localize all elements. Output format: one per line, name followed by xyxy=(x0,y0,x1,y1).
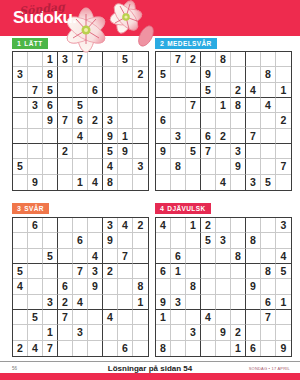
sudoku-cell-r1c1 xyxy=(13,52,28,67)
sudoku-cell-r1c6 xyxy=(88,218,103,233)
sudoku-cell-r5c1 xyxy=(13,113,28,128)
sudoku-cell-r6c6 xyxy=(231,129,246,144)
sudoku-cell-r2c8 xyxy=(261,233,276,248)
sudoku-cell-r1c3: 1 xyxy=(186,218,201,233)
sudoku-cell-r6c7: 9 xyxy=(103,129,118,144)
sudoku-cell-r6c2 xyxy=(28,129,43,144)
sudoku-cell-r1c3: 1 xyxy=(43,52,58,67)
sudoku-cell-r8c9: 7 xyxy=(276,159,291,174)
sudoku-cell-r6c8 xyxy=(118,295,133,310)
sudoku-cell-r1c9 xyxy=(276,52,291,67)
sudoku-cell-r1c2 xyxy=(171,218,186,233)
sudoku-cell-r3c6: 2 xyxy=(231,83,246,98)
sudoku-cell-r9c8 xyxy=(118,175,133,190)
sudoku-cell-r8c3: 3 xyxy=(186,325,201,340)
sudoku-grid-4-djavulsk: 412353868461858993611473928169 xyxy=(155,217,292,357)
sudoku-cell-r2c5 xyxy=(73,67,88,82)
sudoku-cell-r1c6 xyxy=(231,218,246,233)
badge-label: DJÄVULSK xyxy=(167,205,205,212)
sudoku-cell-r9c5 xyxy=(73,341,88,356)
bottom-color-bar xyxy=(0,373,300,380)
sudoku-cell-r6c5: 4 xyxy=(73,295,88,310)
sudoku-cell-r1c8: 5 xyxy=(118,52,133,67)
sudoku-cell-r9c9 xyxy=(133,175,148,190)
sudoku-cell-r6c6 xyxy=(88,129,103,144)
sudoku-cell-r7c7: 5 xyxy=(103,144,118,159)
sudoku-cell-r9c1 xyxy=(13,175,28,190)
sudoku-cell-r3c3: 5 xyxy=(43,249,58,264)
sudoku-cell-r1c6 xyxy=(231,52,246,67)
sudoku-page: Söndag Sudoku. xyxy=(0,0,300,380)
sudoku-cell-r7c6 xyxy=(88,310,103,325)
sudoku-cell-r4c8: 8 xyxy=(261,264,276,279)
sudoku-cell-r2c4: 9 xyxy=(201,67,216,82)
page-number: 56 xyxy=(12,366,17,371)
edition-text: SÖNDAG • 17 APRIL xyxy=(249,366,290,371)
sudoku-cell-r9c3: 7 xyxy=(43,341,58,356)
sudoku-cell-r8c5 xyxy=(73,159,88,174)
footer-divider xyxy=(0,361,300,362)
sudoku-cell-r4c7 xyxy=(246,264,261,279)
sudoku-cell-r5c9 xyxy=(276,279,291,294)
sudoku-cell-r8c4 xyxy=(201,159,216,174)
sudoku-cell-r6c9: 1 xyxy=(276,295,291,310)
sudoku-cell-r8c7 xyxy=(246,159,261,174)
sudoku-cell-r6c1 xyxy=(156,129,171,144)
sudoku-cell-r4c3: 6 xyxy=(43,98,58,113)
sudoku-cell-r5c7: 3 xyxy=(103,113,118,128)
sudoku-cell-r6c9 xyxy=(276,129,291,144)
sudoku-cell-r6c9: 1 xyxy=(133,295,148,310)
sudoku-grid-3-svar: 634269547573246983241574132476 xyxy=(12,217,149,357)
sudoku-cell-r5c8 xyxy=(118,279,133,294)
sudoku-cell-r6c2: 3 xyxy=(171,295,186,310)
sudoku-cell-r6c6 xyxy=(88,295,103,310)
sudoku-cell-r2c8: 8 xyxy=(261,67,276,82)
sudoku-cell-r5c5 xyxy=(73,279,88,294)
sudoku-cell-r5c4: 6 xyxy=(58,279,73,294)
sudoku-cell-r2c3 xyxy=(186,67,201,82)
sudoku-cell-r7c4: 4 xyxy=(201,310,216,325)
sudoku-cell-r6c7 xyxy=(103,295,118,310)
sudoku-cell-r9c5: 1 xyxy=(73,175,88,190)
sudoku-cell-r5c1 xyxy=(156,279,171,294)
sudoku-cell-r3c3: 5 xyxy=(43,83,58,98)
badge-number: 1 xyxy=(17,40,21,47)
sudoku-cell-r5c3: 9 xyxy=(43,113,58,128)
sudoku-cell-r7c2 xyxy=(171,310,186,325)
sudoku-cell-r4c6: 8 xyxy=(231,98,246,113)
sudoku-cell-r3c9: 4 xyxy=(276,249,291,264)
sudoku-cell-r4c4 xyxy=(58,264,73,279)
badge-difficulty-4: 4 DJÄVULSK xyxy=(155,203,211,214)
sudoku-cell-r5c8 xyxy=(261,113,276,128)
sudoku-cell-r5c8 xyxy=(261,279,276,294)
sudoku-cell-r6c5 xyxy=(216,295,231,310)
sudoku-cell-r7c8: 7 xyxy=(261,310,276,325)
sudoku-cell-r2c9 xyxy=(276,67,291,82)
sudoku-cell-r2c5: 3 xyxy=(216,233,231,248)
sudoku-cell-r9c4 xyxy=(201,175,216,190)
sudoku-cell-r7c9 xyxy=(276,310,291,325)
sudoku-cell-r6c8: 1 xyxy=(118,129,133,144)
sudoku-cell-r8c3 xyxy=(43,159,58,174)
sudoku-cell-r5c2 xyxy=(171,279,186,294)
sudoku-cell-r1c5 xyxy=(216,218,231,233)
sudoku-cell-r2c9 xyxy=(133,233,148,248)
sudoku-cell-r7c5 xyxy=(73,144,88,159)
sudoku-cell-r7c1 xyxy=(13,310,28,325)
sudoku-cell-r7c4: 7 xyxy=(58,310,73,325)
sudoku-cell-r6c9 xyxy=(133,129,148,144)
sudoku-cell-r3c2: 6 xyxy=(171,249,186,264)
sudoku-cell-r2c7: 9 xyxy=(103,233,118,248)
sudoku-cell-r7c4: 2 xyxy=(58,144,73,159)
sudoku-cell-r5c5 xyxy=(216,113,231,128)
sudoku-cell-r9c1: 2 xyxy=(13,341,28,356)
sudoku-cell-r7c3: 5 xyxy=(186,144,201,159)
sudoku-cell-r4c6: 3 xyxy=(88,264,103,279)
sudoku-cell-r1c6 xyxy=(88,52,103,67)
sudoku-cell-r7c2 xyxy=(28,144,43,159)
sudoku-cell-r6c4 xyxy=(201,295,216,310)
sudoku-cell-r9c5: 4 xyxy=(216,175,231,190)
sudoku-cell-r4c6 xyxy=(88,98,103,113)
sudoku-cell-r2c3 xyxy=(43,233,58,248)
sudoku-cell-r3c9 xyxy=(133,83,148,98)
sudoku-cell-r9c4 xyxy=(58,341,73,356)
sudoku-cell-r3c7: 4 xyxy=(246,83,261,98)
sudoku-cell-r4c9 xyxy=(276,98,291,113)
sudoku-cell-r1c7 xyxy=(103,52,118,67)
sudoku-cell-r7c6 xyxy=(88,144,103,159)
sudoku-cell-r5c8 xyxy=(118,113,133,128)
sudoku-cell-r6c3 xyxy=(186,295,201,310)
sudoku-cell-r9c2: 9 xyxy=(28,175,43,190)
sudoku-cell-r8c3: 1 xyxy=(43,325,58,340)
sudoku-cell-r4c1 xyxy=(156,98,171,113)
sudoku-cell-r2c5: 6 xyxy=(73,233,88,248)
sudoku-cell-r6c6 xyxy=(231,295,246,310)
sudoku-cell-r6c7: 7 xyxy=(246,129,261,144)
sudoku-cell-r8c2 xyxy=(28,325,43,340)
badge-number: 3 xyxy=(17,205,21,212)
sudoku-cell-r4c3: 7 xyxy=(186,98,201,113)
sudoku-cell-r2c9 xyxy=(276,233,291,248)
sudoku-cell-r2c1: 5 xyxy=(156,67,171,82)
sudoku-cell-r7c1: 1 xyxy=(156,310,171,325)
sudoku-cell-r3c1 xyxy=(13,249,28,264)
sudoku-cell-r8c4 xyxy=(58,159,73,174)
sudoku-cell-r1c9: 3 xyxy=(276,218,291,233)
sudoku-cell-r8c5: 3 xyxy=(73,325,88,340)
sudoku-cell-r8c9 xyxy=(133,325,148,340)
badge-number: 2 xyxy=(160,40,164,47)
sudoku-cell-r9c9 xyxy=(276,175,291,190)
sudoku-cell-r4c9 xyxy=(133,264,148,279)
sudoku-cell-r9c2: 4 xyxy=(28,341,43,356)
sudoku-cell-r4c8: 4 xyxy=(261,98,276,113)
sudoku-cell-r9c8 xyxy=(261,341,276,356)
sudoku-cell-r9c1: 8 xyxy=(156,341,171,356)
sudoku-cell-r4c5: 7 xyxy=(73,264,88,279)
sudoku-cell-r6c4: 2 xyxy=(58,295,73,310)
sudoku-cell-r6c5: 4 xyxy=(73,129,88,144)
sudoku-cell-r9c3 xyxy=(186,341,201,356)
sudoku-cell-r6c2: 3 xyxy=(171,129,186,144)
sudoku-cell-r7c5 xyxy=(216,144,231,159)
sudoku-cell-r4c8 xyxy=(118,98,133,113)
sudoku-cell-r4c1 xyxy=(13,98,28,113)
sudoku-cell-r1c5: 8 xyxy=(216,52,231,67)
sudoku-cell-r3c8 xyxy=(261,249,276,264)
sudoku-cell-r4c9: 5 xyxy=(276,264,291,279)
sudoku-cell-r7c1 xyxy=(13,144,28,159)
sudoku-cell-r3c1 xyxy=(156,83,171,98)
sudoku-cell-r9c2 xyxy=(171,175,186,190)
sudoku-cell-r5c6: 2 xyxy=(88,113,103,128)
sudoku-cell-r8c1 xyxy=(13,325,28,340)
sudoku-cell-r1c2: 6 xyxy=(28,218,43,233)
sudoku-cell-r9c6: 1 xyxy=(231,341,246,356)
sudoku-cell-r7c7 xyxy=(246,310,261,325)
sudoku-cell-r3c9 xyxy=(133,249,148,264)
sudoku-cell-r3c5 xyxy=(216,249,231,264)
sudoku-cell-r3c3 xyxy=(186,249,201,264)
sudoku-cell-r2c4 xyxy=(58,233,73,248)
sudoku-cell-r8c8 xyxy=(261,159,276,174)
sudoku-cell-r5c2 xyxy=(171,113,186,128)
sudoku-cell-r1c8: 4 xyxy=(118,218,133,233)
sudoku-cell-r9c7 xyxy=(103,341,118,356)
sudoku-cell-r3c2 xyxy=(171,83,186,98)
badge-label: SVÅR xyxy=(24,205,44,212)
sudoku-cell-r8c6: 9 xyxy=(231,159,246,174)
sudoku-cell-r9c3 xyxy=(186,175,201,190)
sudoku-cell-r4c5 xyxy=(216,264,231,279)
sudoku-cell-r5c2 xyxy=(28,279,43,294)
sudoku-cell-r7c3 xyxy=(186,310,201,325)
sudoku-cell-r3c6: 6 xyxy=(88,83,103,98)
sudoku-cell-r8c8 xyxy=(261,325,276,340)
sudoku-cell-r8c4 xyxy=(201,325,216,340)
sudoku-cell-r7c4: 7 xyxy=(201,144,216,159)
sudoku-cell-r3c5 xyxy=(73,83,88,98)
sudoku-cell-r8c6 xyxy=(88,325,103,340)
sudoku-cell-r3c4 xyxy=(201,249,216,264)
sudoku-cell-r9c9: 9 xyxy=(276,341,291,356)
sudoku-cell-r6c7 xyxy=(246,295,261,310)
sudoku-cell-r7c5 xyxy=(216,310,231,325)
sudoku-cell-r2c1 xyxy=(156,233,171,248)
sudoku-cell-r8c8 xyxy=(118,325,133,340)
sudoku-cell-r6c2 xyxy=(28,295,43,310)
sudoku-cell-r6c1: 9 xyxy=(156,295,171,310)
sudoku-cell-r3c1 xyxy=(13,83,28,98)
sudoku-grid-2-medelsvar: 728598524171846236279573897435 xyxy=(155,51,292,191)
sudoku-cell-r7c9 xyxy=(276,144,291,159)
sudoku-cell-r8c6 xyxy=(88,159,103,174)
sudoku-cell-r8c9: 3 xyxy=(133,159,148,174)
sudoku-cell-r1c1 xyxy=(13,218,28,233)
sudoku-cell-r2c1 xyxy=(13,233,28,248)
sudoku-cell-r7c8 xyxy=(261,144,276,159)
sudoku-cell-r4c1: 6 xyxy=(156,264,171,279)
sudoku-cell-r9c1 xyxy=(156,175,171,190)
sudoku-cell-r6c4 xyxy=(58,129,73,144)
sudoku-cell-r7c8 xyxy=(118,310,133,325)
sudoku-cell-r3c8 xyxy=(261,83,276,98)
sudoku-cell-r4c3 xyxy=(43,264,58,279)
sudoku-cell-r7c2 xyxy=(171,144,186,159)
badge-label: LÄTT xyxy=(24,40,42,47)
sudoku-cell-r3c3 xyxy=(186,83,201,98)
sudoku-cell-r1c4 xyxy=(201,52,216,67)
sudoku-cell-r2c6 xyxy=(88,67,103,82)
sudoku-cell-r3c8: 7 xyxy=(118,249,133,264)
sudoku-cell-r4c2: 3 xyxy=(28,98,43,113)
sudoku-cell-r5c7: 9 xyxy=(246,279,261,294)
sudoku-cell-r9c4 xyxy=(201,341,216,356)
sudoku-cell-r4c5: 1 xyxy=(216,98,231,113)
sudoku-cell-r4c7 xyxy=(246,98,261,113)
sudoku-cell-r2c9: 2 xyxy=(133,67,148,82)
sudoku-cell-r5c1: 6 xyxy=(156,113,171,128)
sudoku-cell-r7c2: 5 xyxy=(28,310,43,325)
sudoku-cell-r9c6 xyxy=(231,175,246,190)
sudoku-cell-r2c6 xyxy=(88,233,103,248)
sudoku-cell-r2c2 xyxy=(171,233,186,248)
sudoku-cell-r1c1 xyxy=(156,52,171,67)
sudoku-cell-r5c6: 9 xyxy=(88,279,103,294)
sudoku-cell-r6c1 xyxy=(13,295,28,310)
sudoku-cell-r7c9 xyxy=(133,144,148,159)
sudoku-cell-r6c3 xyxy=(43,129,58,144)
sudoku-cell-r6c4: 6 xyxy=(201,129,216,144)
sudoku-cell-r5c9 xyxy=(133,113,148,128)
sudoku-cell-r6c1 xyxy=(13,129,28,144)
sudoku-cell-r5c4: 7 xyxy=(58,113,73,128)
sudoku-cell-r7c7: 4 xyxy=(103,310,118,325)
sudoku-cell-r4c8 xyxy=(118,264,133,279)
sudoku-cell-r7c7 xyxy=(246,144,261,159)
sudoku-cell-r5c5 xyxy=(216,279,231,294)
sudoku-cell-r1c5: 7 xyxy=(73,52,88,67)
sudoku-cell-r7c3 xyxy=(43,144,58,159)
sudoku-cell-r5c4 xyxy=(201,113,216,128)
sudoku-cell-r3c7 xyxy=(246,249,261,264)
sudoku-cell-r3c4: 5 xyxy=(201,83,216,98)
sudoku-cell-r4c7 xyxy=(103,98,118,113)
sudoku-cell-r6c8 xyxy=(261,129,276,144)
badge-number: 4 xyxy=(160,205,164,212)
sudoku-cell-r9c7: 8 xyxy=(103,175,118,190)
badge-difficulty-2: 2 MEDELSVÅR xyxy=(155,38,217,49)
sudoku-cell-r5c9: 2 xyxy=(276,113,291,128)
sudoku-cell-r2c3: 8 xyxy=(43,67,58,82)
sudoku-cell-r2c5 xyxy=(216,67,231,82)
sudoku-cell-r2c7 xyxy=(246,67,261,82)
sudoku-cell-r3c7 xyxy=(103,249,118,264)
sudoku-cell-r3c7 xyxy=(103,83,118,98)
sudoku-cell-r6c3: 3 xyxy=(43,295,58,310)
sudoku-cell-r4c4 xyxy=(201,98,216,113)
sudoku-cell-r3c9: 1 xyxy=(276,83,291,98)
sudoku-cell-r9c6 xyxy=(88,341,103,356)
sudoku-cell-r9c8: 6 xyxy=(118,341,133,356)
sudoku-cell-r7c8: 9 xyxy=(118,144,133,159)
sudoku-cell-r8c7: 4 xyxy=(103,159,118,174)
sudoku-cell-r3c1 xyxy=(156,249,171,264)
sudoku-cell-r3c4 xyxy=(58,249,73,264)
sudoku-cell-r3c5 xyxy=(216,83,231,98)
sudoku-cell-r7c1: 9 xyxy=(156,144,171,159)
sudoku-cell-r1c7: 3 xyxy=(103,218,118,233)
sudoku-cell-r1c4 xyxy=(58,218,73,233)
sudoku-cell-r1c8 xyxy=(261,218,276,233)
sudoku-cell-r8c2 xyxy=(28,159,43,174)
badge-label: MEDELSVÅR xyxy=(167,40,211,47)
sudoku-cell-r1c2: 7 xyxy=(171,52,186,67)
sudoku-cell-r3c6: 4 xyxy=(88,249,103,264)
sudoku-cell-r3c8 xyxy=(118,83,133,98)
sudoku-cell-r6c5: 2 xyxy=(216,129,231,144)
sudoku-cell-r5c3 xyxy=(186,113,201,128)
sudoku-cell-r9c2 xyxy=(171,341,186,356)
sudoku-cell-r5c2 xyxy=(28,113,43,128)
sudoku-cell-r6c8: 6 xyxy=(261,295,276,310)
sudoku-cell-r5c4 xyxy=(201,279,216,294)
sudoku-cell-r4c7: 2 xyxy=(103,264,118,279)
sudoku-cell-r9c3 xyxy=(43,175,58,190)
sudoku-cell-r8c1: 5 xyxy=(13,159,28,174)
sudoku-cell-r9c6: 4 xyxy=(88,175,103,190)
sudoku-cell-r4c2: 1 xyxy=(171,264,186,279)
badge-difficulty-3: 3 SVÅR xyxy=(12,203,49,214)
sudoku-cell-r4c2 xyxy=(171,98,186,113)
sudoku-cell-r4c1: 5 xyxy=(13,264,28,279)
sudoku-cell-r9c7: 6 xyxy=(246,341,261,356)
sudoku-cell-r2c6 xyxy=(231,233,246,248)
sudoku-cell-r1c8 xyxy=(261,52,276,67)
sudoku-cell-r8c7 xyxy=(103,325,118,340)
sudoku-cell-r8c6: 2 xyxy=(231,325,246,340)
sudoku-cell-r7c9 xyxy=(133,310,148,325)
sudoku-cell-r5c7 xyxy=(103,279,118,294)
sudoku-cell-r7c3 xyxy=(43,310,58,325)
sudoku-cell-r8c3 xyxy=(186,159,201,174)
sudoku-cell-r2c8 xyxy=(118,67,133,82)
sudoku-cell-r1c5 xyxy=(73,218,88,233)
sudoku-cell-r1c4: 3 xyxy=(58,52,73,67)
sudoku-cell-r8c2 xyxy=(171,325,186,340)
sudoku-cell-r5c7 xyxy=(246,113,261,128)
sudoku-cell-r8c5 xyxy=(216,159,231,174)
sudoku-cell-r1c7 xyxy=(246,218,261,233)
sudoku-cell-r4c2 xyxy=(28,264,43,279)
sudoku-cell-r9c5 xyxy=(216,341,231,356)
sudoku-cell-r1c1: 4 xyxy=(156,218,171,233)
sudoku-cell-r4c9 xyxy=(133,98,148,113)
sudoku-cell-r7c6 xyxy=(231,310,246,325)
sudoku-cell-r2c2 xyxy=(28,233,43,248)
sudoku-cell-r5c6 xyxy=(231,113,246,128)
sudoku-cell-r2c7 xyxy=(103,67,118,82)
sudoku-cell-r2c2 xyxy=(171,67,186,82)
sudoku-cell-r5c3: 8 xyxy=(186,279,201,294)
sudoku-cell-r5c5: 6 xyxy=(73,113,88,128)
sudoku-cell-r8c1 xyxy=(156,325,171,340)
